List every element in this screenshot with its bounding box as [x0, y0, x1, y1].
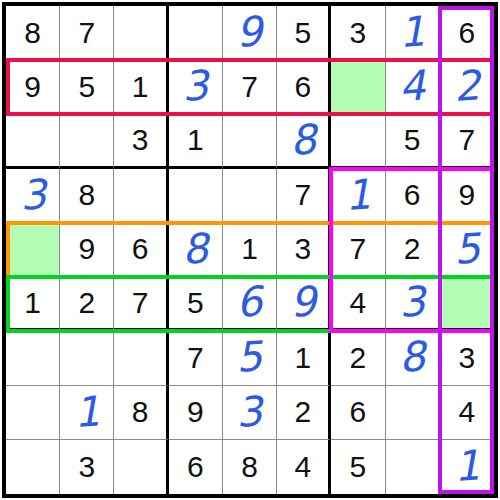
cell-r5c1[interactable] [6, 223, 60, 277]
cell-r4c3[interactable] [114, 169, 168, 223]
cell-r9c3[interactable] [114, 440, 168, 494]
cell-r5c3[interactable]: 6 [114, 223, 168, 277]
given-digit: 7 [294, 180, 311, 210]
given-digit: 3 [294, 234, 311, 264]
cell-r6c9[interactable] [440, 277, 494, 331]
pen-digit: 2 [452, 65, 481, 108]
cell-r8c1[interactable] [6, 386, 60, 440]
cell-r1c5[interactable]: 9 [223, 6, 277, 60]
cell-r5c2[interactable]: 9 [60, 223, 114, 277]
cell-r6c8[interactable]: 3 [386, 277, 440, 331]
cell-r2c4[interactable]: 3 [169, 60, 223, 114]
given-digit: 2 [78, 288, 95, 318]
pen-digit: 3 [398, 281, 427, 324]
cell-r3c1[interactable] [6, 114, 60, 168]
cell-r3c7[interactable] [331, 114, 385, 168]
given-digit: 7 [350, 234, 367, 264]
cell-r7c1[interactable] [6, 331, 60, 385]
pen-digit: 1 [72, 391, 101, 434]
cell-r3c3[interactable]: 3 [114, 114, 168, 168]
cell-r6c4[interactable]: 5 [169, 277, 223, 331]
cell-r8c7[interactable]: 6 [331, 386, 385, 440]
given-digit: 9 [78, 234, 95, 264]
cell-r3c9[interactable]: 7 [440, 114, 494, 168]
given-digit: 6 [132, 234, 149, 264]
given-digit: 9 [187, 397, 204, 427]
pen-digit: 5 [235, 337, 264, 380]
cell-r7c3[interactable] [114, 331, 168, 385]
cell-r1c8[interactable]: 1 [386, 6, 440, 60]
cell-r6c3[interactable]: 7 [114, 277, 168, 331]
given-digit: 4 [350, 288, 367, 318]
pen-digit: 3 [235, 391, 264, 434]
sudoku-grid: 8795316951376423185738716996813725127569… [6, 6, 494, 494]
cell-r2c7[interactable] [331, 60, 385, 114]
cell-r9c6[interactable]: 4 [277, 440, 331, 494]
cell-r2c1[interactable]: 9 [6, 60, 60, 114]
sudoku-board: 8795316951376423185738716996813725127569… [2, 2, 498, 498]
cell-r3c6[interactable]: 8 [277, 114, 331, 168]
given-digit: 1 [187, 125, 204, 155]
cell-r9c9[interactable]: 1 [440, 440, 494, 494]
given-digit: 2 [294, 397, 311, 427]
pen-digit: 1 [343, 174, 372, 217]
pen-digit: 4 [398, 65, 427, 108]
given-digit: 2 [404, 234, 421, 264]
cell-r4c4[interactable] [169, 169, 223, 223]
given-digit: 1 [241, 234, 258, 264]
cell-r7c9[interactable]: 3 [440, 331, 494, 385]
cell-r5c7[interactable]: 7 [331, 223, 385, 277]
cell-r4c1[interactable]: 3 [6, 169, 60, 223]
given-digit: 4 [294, 452, 311, 482]
cell-r4c8[interactable]: 6 [386, 169, 440, 223]
cell-r8c8[interactable] [386, 386, 440, 440]
pen-digit: 9 [288, 281, 317, 324]
given-digit: 5 [78, 72, 95, 102]
cell-r7c7[interactable]: 2 [331, 331, 385, 385]
cell-r1c7[interactable]: 3 [331, 6, 385, 60]
cell-r6c5[interactable]: 6 [223, 277, 277, 331]
cell-r3c5[interactable] [223, 114, 277, 168]
pen-digit: 8 [288, 119, 317, 162]
pen-digit: 1 [398, 11, 427, 54]
cell-r4c6[interactable]: 7 [277, 169, 331, 223]
given-digit: 4 [459, 397, 476, 427]
given-digit: 8 [78, 180, 95, 210]
pen-digit: 9 [235, 11, 264, 54]
given-digit: 3 [459, 343, 476, 373]
given-digit: 7 [241, 72, 258, 102]
cell-r6c7[interactable]: 4 [331, 277, 385, 331]
cell-r8c4[interactable]: 9 [169, 386, 223, 440]
given-digit: 9 [459, 180, 476, 210]
given-digit: 1 [24, 288, 41, 318]
cell-r3c4[interactable]: 1 [169, 114, 223, 168]
cell-r7c5[interactable]: 5 [223, 331, 277, 385]
cell-r1c2[interactable]: 7 [60, 6, 114, 60]
cell-r4c9[interactable]: 9 [440, 169, 494, 223]
cell-r4c5[interactable] [223, 169, 277, 223]
cell-r1c4[interactable] [169, 6, 223, 60]
given-digit: 6 [350, 397, 367, 427]
cell-r8c6[interactable]: 2 [277, 386, 331, 440]
given-digit: 5 [187, 288, 204, 318]
cell-r8c3[interactable]: 8 [114, 386, 168, 440]
cell-r2c2[interactable]: 5 [60, 60, 114, 114]
given-digit: 8 [132, 397, 149, 427]
given-digit: 7 [78, 18, 95, 48]
cell-r2c3[interactable]: 1 [114, 60, 168, 114]
cell-r2c6[interactable]: 6 [277, 60, 331, 114]
cell-r2c8[interactable]: 4 [386, 60, 440, 114]
cell-r6c1[interactable]: 1 [6, 277, 60, 331]
cell-r9c4[interactable]: 6 [169, 440, 223, 494]
given-digit: 6 [404, 180, 421, 210]
pen-digit: 6 [235, 281, 264, 324]
given-digit: 5 [404, 125, 421, 155]
cell-r8c9[interactable]: 4 [440, 386, 494, 440]
cell-r1c9[interactable]: 6 [440, 6, 494, 60]
pen-digit: 1 [452, 446, 481, 489]
cell-r9c7[interactable]: 5 [331, 440, 385, 494]
cell-r4c7[interactable]: 1 [331, 169, 385, 223]
cell-r5c5[interactable]: 1 [223, 223, 277, 277]
cell-r7c8[interactable]: 8 [386, 331, 440, 385]
cell-r2c5[interactable]: 7 [223, 60, 277, 114]
cell-r5c6[interactable]: 3 [277, 223, 331, 277]
cell-r5c8[interactable]: 2 [386, 223, 440, 277]
pen-digit: 3 [181, 65, 210, 108]
given-digit: 3 [78, 452, 95, 482]
cell-r8c5[interactable]: 3 [223, 386, 277, 440]
given-digit: 7 [132, 288, 149, 318]
given-digit: 7 [459, 125, 476, 155]
given-digit: 2 [350, 343, 367, 373]
pen-digit: 8 [181, 228, 210, 271]
pen-digit: 3 [18, 174, 47, 217]
cell-r8c2[interactable]: 1 [60, 386, 114, 440]
cell-r6c2[interactable]: 2 [60, 277, 114, 331]
cell-r2c9[interactable]: 2 [440, 60, 494, 114]
cell-r4c2[interactable]: 8 [60, 169, 114, 223]
cell-r9c8[interactable] [386, 440, 440, 494]
cell-r1c1[interactable]: 8 [6, 6, 60, 60]
given-digit: 8 [24, 18, 41, 48]
given-digit: 3 [350, 18, 367, 48]
cell-r5c9[interactable]: 5 [440, 223, 494, 277]
given-digit: 7 [187, 343, 204, 373]
given-digit: 5 [294, 18, 311, 48]
cell-r7c6[interactable]: 1 [277, 331, 331, 385]
given-digit: 6 [187, 452, 204, 482]
given-digit: 1 [294, 343, 311, 373]
cell-r3c2[interactable] [60, 114, 114, 168]
given-digit: 1 [132, 72, 149, 102]
cell-r5c4[interactable]: 8 [169, 223, 223, 277]
given-digit: 9 [24, 72, 41, 102]
given-digit: 6 [294, 72, 311, 102]
given-digit: 6 [459, 18, 476, 48]
cell-r6c6[interactable]: 9 [277, 277, 331, 331]
cell-r1c6[interactable]: 5 [277, 6, 331, 60]
cell-r9c1[interactable] [6, 440, 60, 494]
cell-r1c3[interactable] [114, 6, 168, 60]
pen-digit: 5 [452, 228, 481, 271]
given-digit: 8 [241, 452, 258, 482]
cell-r7c4[interactable]: 7 [169, 331, 223, 385]
pen-digit: 8 [398, 337, 427, 380]
cell-r3c8[interactable]: 5 [386, 114, 440, 168]
given-digit: 5 [350, 452, 367, 482]
cell-r9c2[interactable]: 3 [60, 440, 114, 494]
cell-r7c2[interactable] [60, 331, 114, 385]
cell-r9c5[interactable]: 8 [223, 440, 277, 494]
given-digit: 3 [132, 125, 149, 155]
